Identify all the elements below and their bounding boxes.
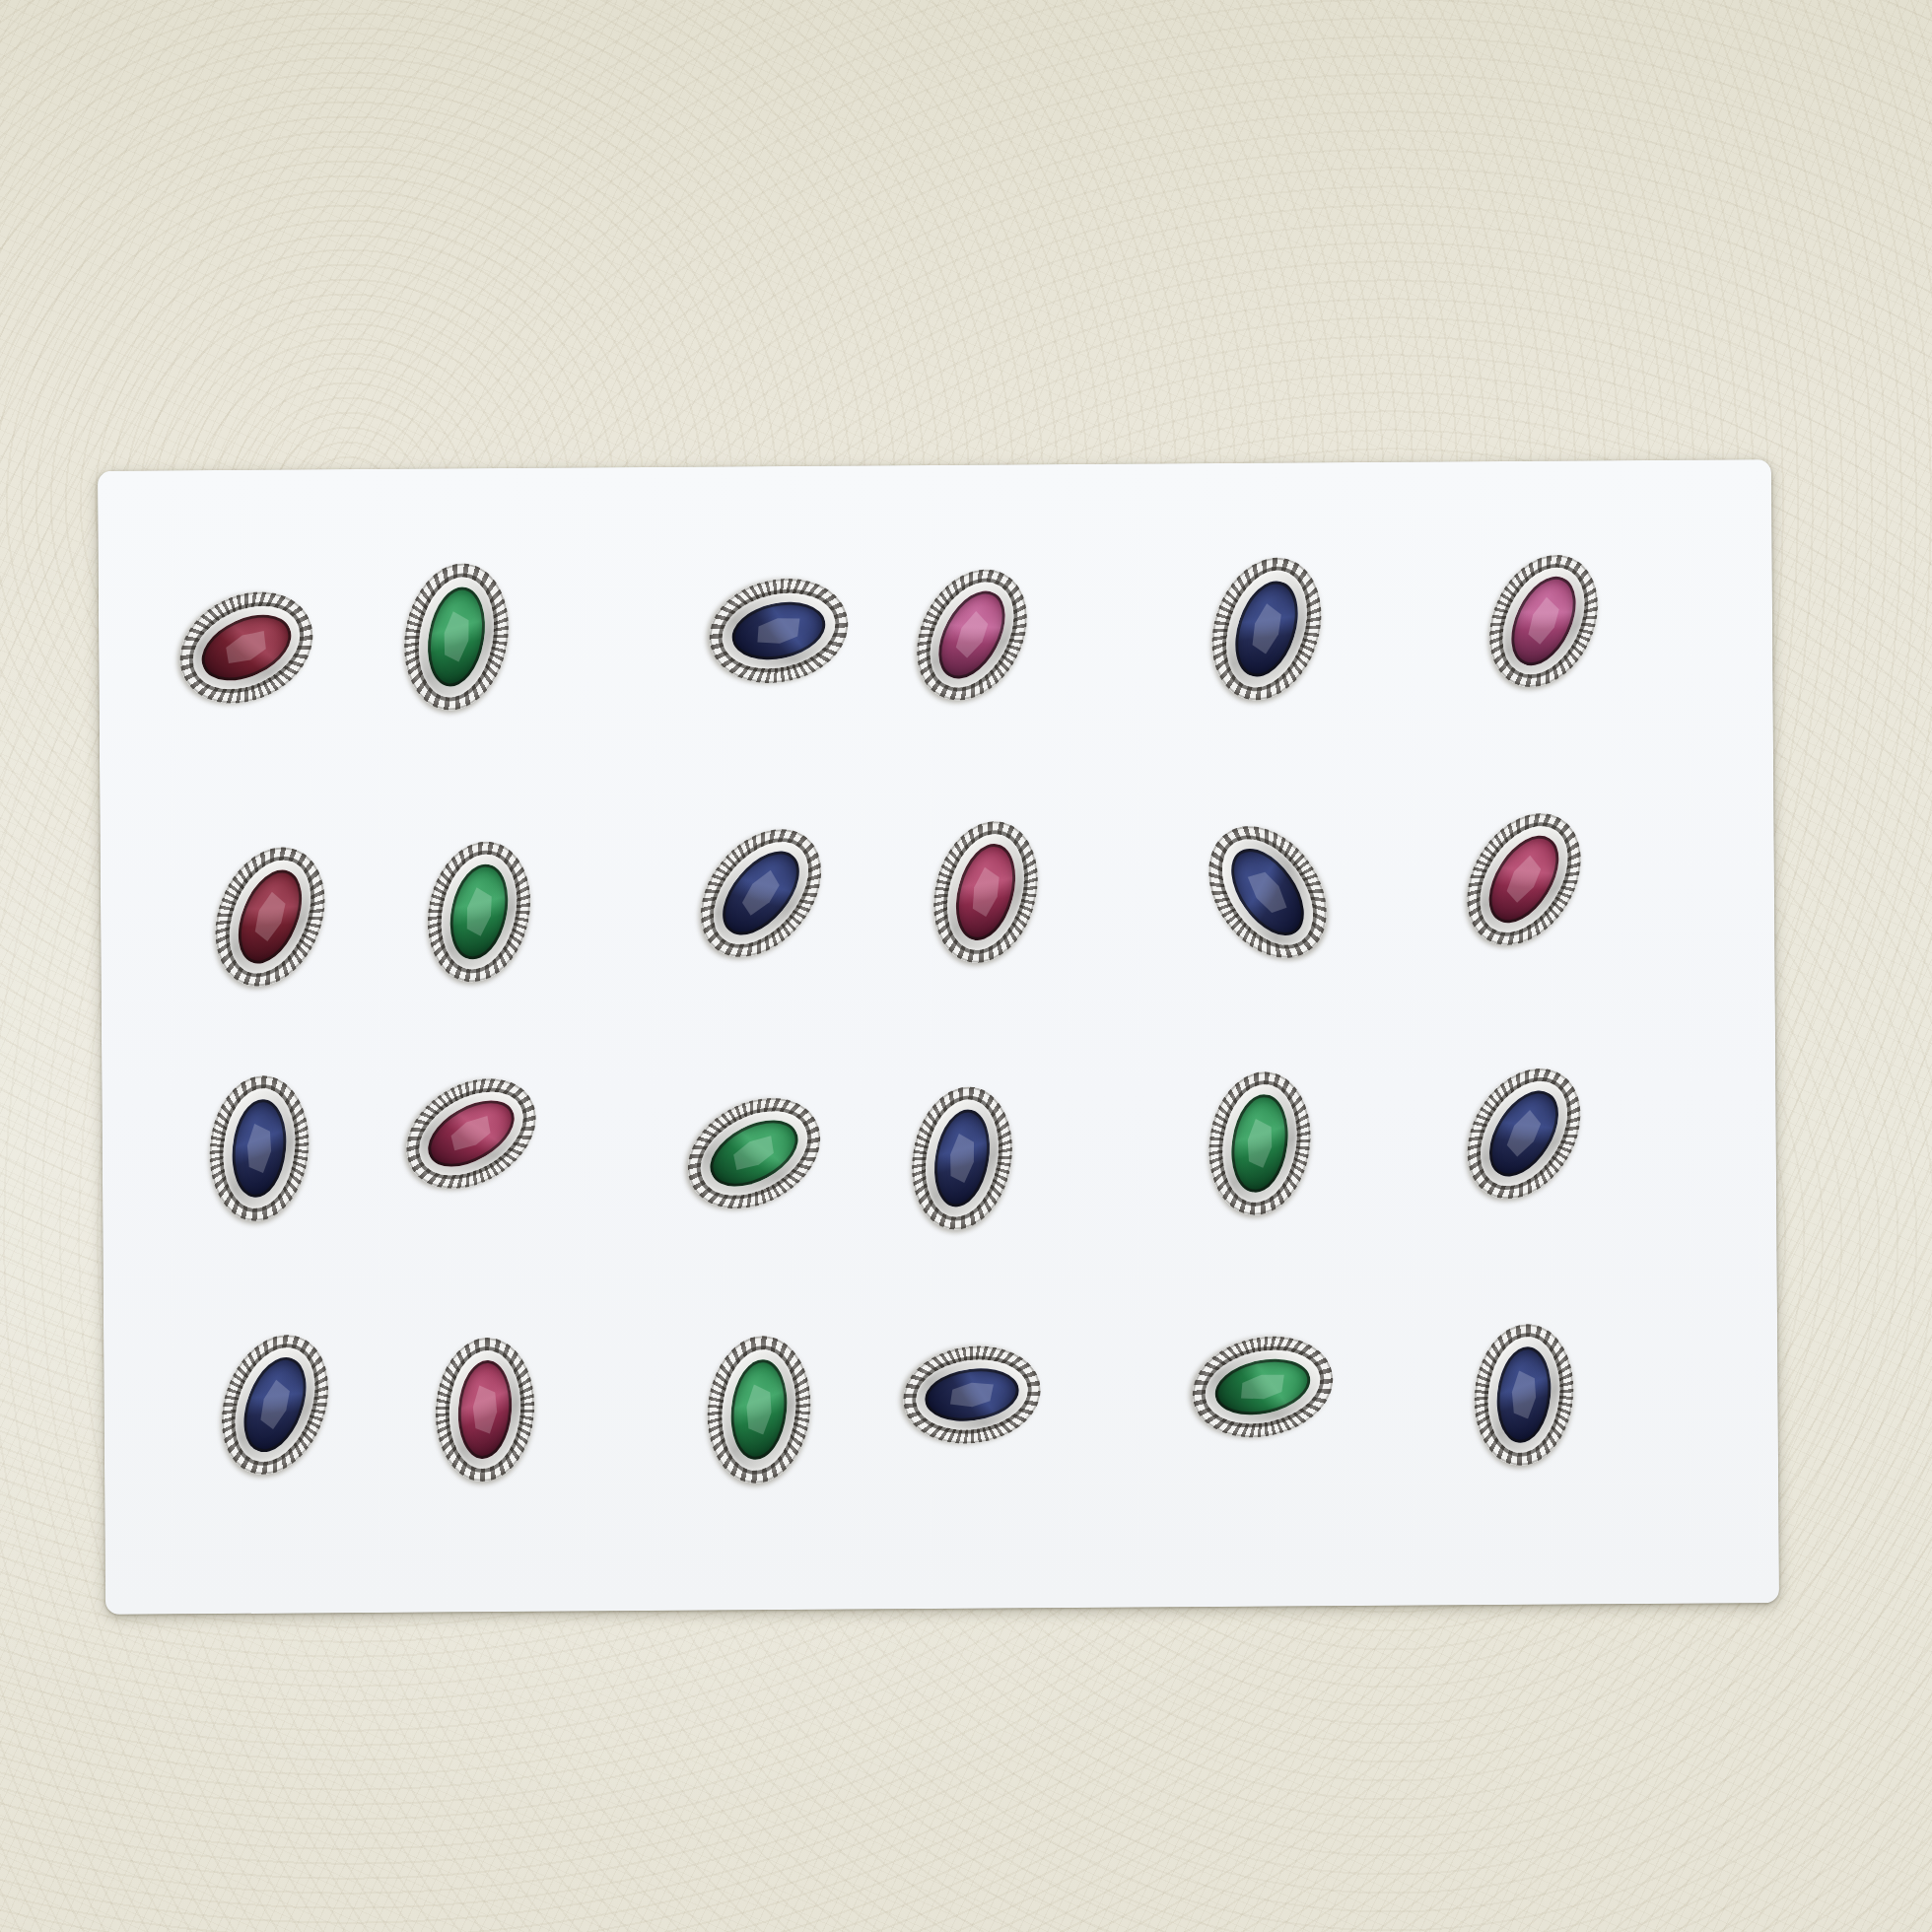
stud-earring-sapphire-r2c3 bbox=[676, 805, 846, 980]
stud-earring-emerald-r1c2 bbox=[393, 555, 519, 719]
facet-highlight bbox=[429, 595, 484, 678]
facet-highlight bbox=[236, 1109, 284, 1188]
stud-earring-ruby-r4c2 bbox=[431, 1335, 539, 1485]
facet-highlight bbox=[1234, 1104, 1285, 1184]
stud-earring-ruby-dark-r1c1 bbox=[162, 571, 331, 724]
stud-earring-emerald-r3c5 bbox=[1200, 1066, 1319, 1222]
stud-earring-ruby-r3c2 bbox=[386, 1057, 555, 1211]
stud-earring-sapphire-r3c4 bbox=[901, 1078, 1023, 1237]
stud-earring-sapphire-r1c5 bbox=[1195, 543, 1340, 715]
stud-earring-ruby-pink-r1c6 bbox=[1469, 537, 1619, 705]
stud-earring-emerald-r4c3 bbox=[700, 1331, 817, 1488]
stud-layer bbox=[0, 0, 1932, 1932]
stud-earring-sapphire-r1c3 bbox=[700, 566, 859, 695]
stud-earring-sapphire-r4c6 bbox=[1468, 1319, 1581, 1471]
stud-earring-ruby-dark-r2c1 bbox=[195, 831, 344, 1002]
facet-highlight bbox=[933, 1370, 1009, 1419]
facet-highlight bbox=[734, 1369, 785, 1450]
stud-earring-sapphire-r3c1 bbox=[203, 1070, 316, 1226]
stud-earring-sapphire-r4c4 bbox=[897, 1338, 1047, 1453]
stud-earring-ruby-r2c6 bbox=[1444, 793, 1605, 966]
photo-background bbox=[0, 0, 1932, 1932]
stud-earring-sapphire-r4c1 bbox=[203, 1320, 347, 1489]
facet-highlight bbox=[935, 1118, 989, 1198]
stud-earring-ruby-r2c4 bbox=[919, 809, 1053, 974]
facet-highlight bbox=[462, 1371, 508, 1448]
stud-earring-emerald-r2c2 bbox=[415, 832, 543, 992]
stud-earring-sapphire-r2c5 bbox=[1185, 803, 1351, 980]
stud-earring-ruby-pink-r1c4 bbox=[895, 550, 1049, 719]
stud-earring-emerald-r3c3 bbox=[668, 1076, 839, 1231]
stud-earring-sapphire-r3c6 bbox=[1444, 1048, 1604, 1219]
stud-earring-emerald-r4c5 bbox=[1183, 1324, 1343, 1450]
facet-highlight bbox=[1500, 1356, 1549, 1433]
